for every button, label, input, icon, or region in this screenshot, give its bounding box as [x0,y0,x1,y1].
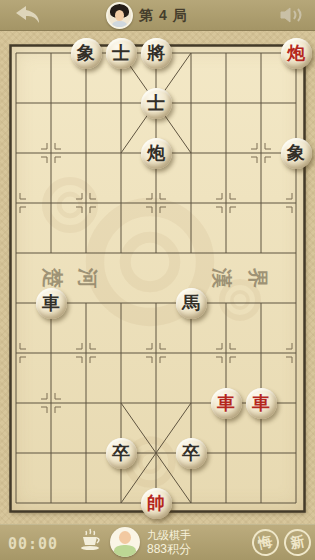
piece-black-車-c1r5[interactable]: 車 [36,288,67,319]
back-button[interactable] [13,4,43,26]
player-info: 九级棋手 883积分 [147,528,191,557]
footer-bar: 00:00 九级棋手 883积分 悔 新 [0,524,315,560]
piece-red-車-c6r7[interactable]: 車 [211,388,242,419]
move-timer: 00:00 [8,535,58,553]
new-game-button[interactable]: 新 [281,526,313,558]
piece-black-士-c3r0[interactable]: 士 [106,38,137,69]
piece-black-卒-c5r8[interactable]: 卒 [176,438,207,469]
tea-cup-icon [78,528,104,552]
player-avatar [110,527,140,557]
speaker-icon[interactable] [278,5,304,25]
pieces-layer: 象士將炮士炮象車馬車車卒卒帥 [0,0,315,560]
piece-black-象-c8r2[interactable]: 象 [281,138,312,169]
player-rank: 九级棋手 [147,528,191,542]
avatar-shirt [112,21,127,29]
piece-black-將-c4r0[interactable]: 將 [141,38,172,69]
piece-red-車-c7r7[interactable]: 車 [246,388,277,419]
header-bar: 第 4 局 [0,0,315,31]
player-avatar-head [119,531,131,544]
piece-black-炮-c4r2[interactable]: 炮 [141,138,172,169]
opponent-avatar [106,2,133,29]
piece-red-帥-c4r9[interactable]: 帥 [141,488,172,519]
piece-red-炮-c8r0[interactable]: 炮 [281,38,312,69]
undo-button[interactable]: 悔 [249,526,281,558]
player-points: 883积分 [147,542,191,557]
avatar-face [115,10,124,21]
game-title: 第 4 局 [139,7,188,25]
piece-black-士-c4r1[interactable]: 士 [141,88,172,119]
player-avatar-body [114,545,136,557]
piece-black-卒-c3r8[interactable]: 卒 [106,438,137,469]
piece-black-象-c2r0[interactable]: 象 [71,38,102,69]
piece-black-馬-c5r5[interactable]: 馬 [176,288,207,319]
